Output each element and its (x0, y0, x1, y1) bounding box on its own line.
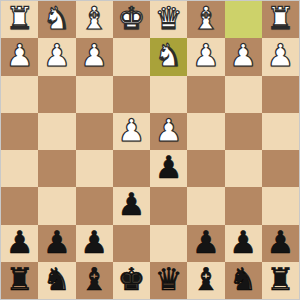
piece-white-knight[interactable]: ♞ (43, 3, 71, 34)
piece-white-rook[interactable]: ♜ (6, 3, 34, 34)
square-d6[interactable] (150, 187, 187, 224)
square-f1[interactable]: ♝ (76, 1, 113, 38)
piece-black-knight[interactable]: ♞ (43, 264, 71, 295)
square-h8[interactable]: ♜ (1, 262, 38, 299)
square-a4[interactable] (262, 113, 299, 150)
square-d4[interactable]: ♟ (150, 113, 187, 150)
square-b3[interactable] (225, 76, 262, 113)
square-g1[interactable]: ♞ (38, 1, 75, 38)
piece-black-queen[interactable]: ♛ (155, 264, 183, 295)
piece-black-bishop[interactable]: ♝ (192, 264, 220, 295)
square-g6[interactable] (38, 187, 75, 224)
square-b6[interactable] (225, 187, 262, 224)
square-g4[interactable] (38, 113, 75, 150)
piece-white-pawn[interactable]: ♟ (6, 40, 34, 71)
square-h7[interactable]: ♟ (1, 225, 38, 262)
square-c6[interactable] (187, 187, 224, 224)
square-g5[interactable] (38, 150, 75, 187)
piece-white-pawn[interactable]: ♟ (43, 40, 71, 71)
square-c5[interactable] (187, 150, 224, 187)
square-f4[interactable] (76, 113, 113, 150)
piece-black-pawn[interactable]: ♟ (80, 227, 108, 258)
square-e5[interactable] (113, 150, 150, 187)
chess-board: ♜♞♝♚♛♝♜♟♟♟♞♟♟♟♟♟♟♟♟♟♟♟♟♟♜♞♝♚♛♝♞♜ (0, 0, 300, 300)
piece-black-pawn[interactable]: ♟ (192, 227, 220, 258)
piece-black-knight[interactable]: ♞ (229, 264, 257, 295)
piece-white-rook[interactable]: ♜ (266, 3, 294, 34)
piece-black-pawn[interactable]: ♟ (229, 227, 257, 258)
square-c7[interactable]: ♟ (187, 225, 224, 262)
piece-white-bishop[interactable]: ♝ (80, 3, 108, 34)
piece-white-king[interactable]: ♚ (117, 3, 145, 34)
square-d3[interactable] (150, 76, 187, 113)
square-e1[interactable]: ♚ (113, 1, 150, 38)
square-c3[interactable] (187, 76, 224, 113)
piece-black-rook[interactable]: ♜ (266, 264, 294, 295)
square-f2[interactable]: ♟ (76, 38, 113, 75)
piece-white-pawn[interactable]: ♟ (155, 115, 183, 146)
square-g8[interactable]: ♞ (38, 262, 75, 299)
piece-white-pawn[interactable]: ♟ (192, 40, 220, 71)
square-b7[interactable]: ♟ (225, 225, 262, 262)
square-h4[interactable] (1, 113, 38, 150)
piece-black-pawn[interactable]: ♟ (155, 152, 183, 183)
square-d1[interactable]: ♛ (150, 1, 187, 38)
square-h6[interactable] (1, 187, 38, 224)
piece-black-king[interactable]: ♚ (117, 264, 145, 295)
square-f5[interactable] (76, 150, 113, 187)
piece-black-pawn[interactable]: ♟ (43, 227, 71, 258)
square-b2[interactable]: ♟ (225, 38, 262, 75)
square-e3[interactable] (113, 76, 150, 113)
piece-white-knight[interactable]: ♞ (155, 40, 183, 71)
piece-black-pawn[interactable]: ♟ (6, 227, 34, 258)
square-f8[interactable]: ♝ (76, 262, 113, 299)
square-d7[interactable] (150, 225, 187, 262)
piece-black-bishop[interactable]: ♝ (80, 264, 108, 295)
square-c8[interactable]: ♝ (187, 262, 224, 299)
square-e7[interactable] (113, 225, 150, 262)
square-h3[interactable] (1, 76, 38, 113)
square-d8[interactable]: ♛ (150, 262, 187, 299)
square-f6[interactable] (76, 187, 113, 224)
piece-white-pawn[interactable]: ♟ (266, 40, 294, 71)
square-d5[interactable]: ♟ (150, 150, 187, 187)
square-f3[interactable] (76, 76, 113, 113)
piece-white-bishop[interactable]: ♝ (192, 3, 220, 34)
square-c2[interactable]: ♟ (187, 38, 224, 75)
square-g2[interactable]: ♟ (38, 38, 75, 75)
square-f7[interactable]: ♟ (76, 225, 113, 262)
square-a5[interactable] (262, 150, 299, 187)
square-a2[interactable]: ♟ (262, 38, 299, 75)
square-a8[interactable]: ♜ (262, 262, 299, 299)
square-c4[interactable] (187, 113, 224, 150)
square-g3[interactable] (38, 76, 75, 113)
piece-white-pawn[interactable]: ♟ (80, 40, 108, 71)
square-b8[interactable]: ♞ (225, 262, 262, 299)
square-a1[interactable]: ♜ (262, 1, 299, 38)
piece-black-pawn[interactable]: ♟ (266, 227, 294, 258)
square-c1[interactable]: ♝ (187, 1, 224, 38)
square-d2[interactable]: ♞ (150, 38, 187, 75)
square-a3[interactable] (262, 76, 299, 113)
piece-white-queen[interactable]: ♛ (155, 3, 183, 34)
piece-black-rook[interactable]: ♜ (6, 264, 34, 295)
piece-black-pawn[interactable]: ♟ (117, 189, 145, 220)
square-e4[interactable]: ♟ (113, 113, 150, 150)
square-b4[interactable] (225, 113, 262, 150)
square-e2[interactable] (113, 38, 150, 75)
square-h5[interactable] (1, 150, 38, 187)
square-h1[interactable]: ♜ (1, 1, 38, 38)
square-g7[interactable]: ♟ (38, 225, 75, 262)
piece-white-pawn[interactable]: ♟ (229, 40, 257, 71)
square-e6[interactable]: ♟ (113, 187, 150, 224)
square-a6[interactable] (262, 187, 299, 224)
square-b1[interactable] (225, 1, 262, 38)
piece-white-pawn[interactable]: ♟ (117, 115, 145, 146)
square-a7[interactable]: ♟ (262, 225, 299, 262)
square-b5[interactable] (225, 150, 262, 187)
square-h2[interactable]: ♟ (1, 38, 38, 75)
square-e8[interactable]: ♚ (113, 262, 150, 299)
